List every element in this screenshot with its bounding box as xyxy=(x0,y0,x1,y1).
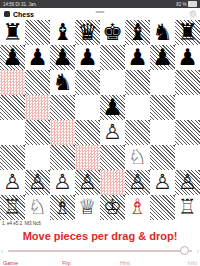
next-move-chevron-icon[interactable]: › xyxy=(197,247,199,256)
square-g7[interactable]: ♟ xyxy=(150,45,175,70)
square-f3[interactable]: ♘ xyxy=(125,145,150,170)
piece-white-pawn[interactable]: ♙ xyxy=(25,170,50,195)
square-b3[interactable] xyxy=(25,145,50,170)
piece-black-bishop[interactable]: ♝ xyxy=(50,20,75,45)
piece-white-bishop[interactable]: ♗ xyxy=(50,195,75,220)
square-h1[interactable]: ♖ xyxy=(175,195,200,220)
square-h6[interactable] xyxy=(175,70,200,95)
piece-white-knight[interactable]: ♘ xyxy=(125,145,150,170)
app-icon xyxy=(4,11,10,17)
square-h2[interactable]: ♙ xyxy=(175,170,200,195)
piece-white-pawn[interactable]: ♙ xyxy=(50,170,75,195)
piece-black-pawn[interactable]: ♟ xyxy=(125,45,150,70)
square-f6[interactable] xyxy=(125,70,150,95)
piece-black-bishop[interactable]: ♝ xyxy=(125,20,150,45)
square-b6[interactable] xyxy=(25,70,50,95)
hint-message: Move pieces per drag & drop! xyxy=(0,230,200,244)
square-e1[interactable]: ♔ xyxy=(100,195,125,220)
square-g6[interactable] xyxy=(150,70,175,95)
square-e7[interactable] xyxy=(100,45,125,70)
square-h7[interactable]: ♟ xyxy=(175,45,200,70)
previous-move-chevron-icon[interactable]: ‹ xyxy=(1,247,3,256)
square-a4[interactable] xyxy=(0,120,25,145)
slider-track[interactable] xyxy=(8,250,192,252)
square-e3[interactable] xyxy=(100,145,125,170)
square-b2[interactable]: ♙ xyxy=(25,170,50,195)
square-b8[interactable] xyxy=(25,20,50,45)
piece-black-rook[interactable]: ♜ xyxy=(0,20,25,45)
square-a2[interactable]: ♙ xyxy=(0,170,25,195)
piece-white-pawn[interactable]: ♙ xyxy=(125,170,150,195)
piece-black-pawn[interactable]: ♟ xyxy=(100,95,125,120)
piece-black-pawn[interactable]: ♟ xyxy=(0,45,25,70)
square-a1[interactable]: ♖ xyxy=(0,195,25,220)
bottom-toolbar: Game Flip Hint Info xyxy=(0,258,200,266)
square-f7[interactable]: ♟ xyxy=(125,45,150,70)
square-d4[interactable] xyxy=(75,120,100,145)
piece-black-rook[interactable]: ♜ xyxy=(175,20,200,45)
battery-icon xyxy=(188,1,197,7)
square-d6[interactable] xyxy=(75,70,100,95)
gear-icon[interactable]: ⚙ xyxy=(189,9,197,20)
square-c5[interactable] xyxy=(50,95,75,120)
piece-white-rook[interactable]: ♖ xyxy=(0,195,25,220)
piece-black-pawn[interactable]: ♟ xyxy=(150,45,175,70)
square-c6[interactable]: ♞ xyxy=(50,70,75,95)
square-a8[interactable]: ♜ xyxy=(0,20,25,45)
move-slider[interactable]: ‹ › xyxy=(0,245,200,257)
piece-black-pawn[interactable]: ♟ xyxy=(175,45,200,70)
piece-white-rook[interactable]: ♖ xyxy=(175,195,200,220)
square-f4[interactable] xyxy=(125,120,150,145)
square-b1[interactable]: ♘ xyxy=(25,195,50,220)
square-f5[interactable] xyxy=(125,95,150,120)
square-a3[interactable] xyxy=(0,145,25,170)
square-d1[interactable]: ♕ xyxy=(75,195,100,220)
square-a5[interactable] xyxy=(0,95,25,120)
square-c7[interactable]: ♟ xyxy=(50,45,75,70)
status-time: 14:56 Di 31. Jan. xyxy=(3,2,37,7)
square-g5[interactable] xyxy=(150,95,175,120)
piece-white-pawn[interactable]: ♙ xyxy=(75,170,100,195)
square-e6[interactable] xyxy=(100,70,125,95)
status-bar: 14:56 Di 31. Jan. 82 % xyxy=(0,0,200,8)
square-c4[interactable] xyxy=(50,120,75,145)
square-a6[interactable] xyxy=(0,70,25,95)
square-c8[interactable]: ♝ xyxy=(50,20,75,45)
piece-white-bishop[interactable]: ♗ xyxy=(125,195,150,220)
page-title: Chess xyxy=(13,11,34,18)
square-a7[interactable]: ♟ xyxy=(0,45,25,70)
status-indicators: 82 % xyxy=(176,1,197,7)
square-h3[interactable] xyxy=(175,145,200,170)
piece-white-pawn[interactable]: ♙ xyxy=(100,120,125,145)
square-g4[interactable] xyxy=(150,120,175,145)
piece-black-pawn[interactable]: ♟ xyxy=(75,45,100,70)
square-f1[interactable]: ♗ xyxy=(125,195,150,220)
square-g1[interactable] xyxy=(150,195,175,220)
square-b7[interactable]: ♟ xyxy=(25,45,50,70)
move-list: 1. e4 e5 2. Nf3 Nc6 xyxy=(0,220,200,228)
square-f2[interactable]: ♙ xyxy=(125,170,150,195)
piece-black-king[interactable]: ♚ xyxy=(100,20,125,45)
piece-black-knight[interactable]: ♞ xyxy=(50,70,75,95)
square-h8[interactable]: ♜ xyxy=(175,20,200,45)
piece-black-pawn[interactable]: ♟ xyxy=(50,45,75,70)
nav-bar: Chess ⚙ xyxy=(0,8,200,20)
square-h5[interactable] xyxy=(175,95,200,120)
piece-white-king[interactable]: ♔ xyxy=(100,195,125,220)
square-f8[interactable]: ♝ xyxy=(125,20,150,45)
piece-white-pawn[interactable]: ♙ xyxy=(175,170,200,195)
piece-white-pawn[interactable]: ♙ xyxy=(0,170,25,195)
square-b4[interactable] xyxy=(25,120,50,145)
square-g8[interactable]: ♞ xyxy=(150,20,175,45)
piece-black-pawn[interactable]: ♟ xyxy=(25,45,50,70)
piece-white-pawn[interactable]: ♙ xyxy=(150,170,175,195)
toolbar-item-flip[interactable]: Flip xyxy=(62,260,71,266)
square-d7[interactable]: ♟ xyxy=(75,45,100,70)
square-d8[interactable]: ♛ xyxy=(75,20,100,45)
toolbar-item-info[interactable]: Info xyxy=(188,260,197,266)
square-e5[interactable]: ♟ xyxy=(100,95,125,120)
square-g2[interactable]: ♙ xyxy=(150,170,175,195)
piece-white-queen[interactable]: ♕ xyxy=(75,195,100,220)
square-g3[interactable] xyxy=(150,145,175,170)
chess-board[interactable]: ♜♝♛♚♝♞♜♟♟♟♟♟♟♟♞♟♙♘♙♙♙♙♙♙♙♖♘♗♕♔♗♖ xyxy=(0,20,200,220)
slider-knob[interactable] xyxy=(180,246,189,255)
battery-percent: 82 % xyxy=(176,2,186,7)
square-c2[interactable]: ♙ xyxy=(50,170,75,195)
square-b5[interactable] xyxy=(25,95,50,120)
piece-white-knight[interactable]: ♘ xyxy=(25,195,50,220)
square-c1[interactable]: ♗ xyxy=(50,195,75,220)
square-e2[interactable] xyxy=(100,170,125,195)
square-d3[interactable] xyxy=(75,145,100,170)
square-e4[interactable]: ♙ xyxy=(100,120,125,145)
square-d2[interactable]: ♙ xyxy=(75,170,100,195)
square-e8[interactable]: ♚ xyxy=(100,20,125,45)
square-c3[interactable] xyxy=(50,145,75,170)
toolbar-item-hint[interactable]: Hint xyxy=(120,260,130,266)
toolbar-item-game[interactable]: Game xyxy=(3,260,18,266)
piece-black-knight[interactable]: ♞ xyxy=(150,20,175,45)
piece-black-queen[interactable]: ♛ xyxy=(75,20,100,45)
nav-center-dash xyxy=(96,11,105,13)
square-d5[interactable] xyxy=(75,95,100,120)
square-h4[interactable] xyxy=(175,120,200,145)
